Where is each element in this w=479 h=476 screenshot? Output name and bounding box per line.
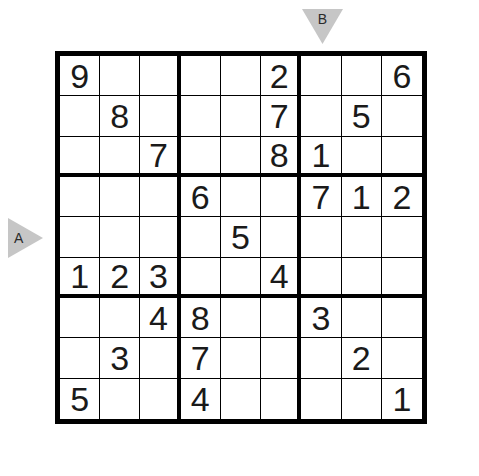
cell-r8c9[interactable] bbox=[382, 338, 422, 378]
cell-r8c7[interactable] bbox=[301, 338, 341, 378]
cell-r5c8[interactable] bbox=[342, 217, 382, 257]
cell-r6c5[interactable] bbox=[221, 258, 261, 298]
cell-r2c2[interactable]: 8 bbox=[100, 96, 140, 136]
cell-r4c7[interactable]: 7 bbox=[301, 177, 341, 217]
cell-r6c9[interactable] bbox=[382, 258, 422, 298]
cell-r6c1[interactable]: 1 bbox=[60, 258, 100, 298]
cell-r8c8[interactable]: 2 bbox=[342, 338, 382, 378]
cell-r4c1[interactable] bbox=[60, 177, 100, 217]
cell-r2c6[interactable]: 7 bbox=[261, 96, 301, 136]
cell-r9c3[interactable] bbox=[140, 379, 180, 419]
cell-r1c2[interactable] bbox=[100, 56, 140, 96]
cell-r4c9[interactable]: 2 bbox=[382, 177, 422, 217]
cell-r1c9[interactable]: 6 bbox=[382, 56, 422, 96]
marker-a-triangle: A bbox=[8, 218, 43, 258]
cell-r3c8[interactable] bbox=[342, 137, 382, 177]
cell-r3c3[interactable]: 7 bbox=[140, 137, 180, 177]
marker-a-label: A bbox=[14, 231, 23, 245]
cell-r8c2[interactable]: 3 bbox=[100, 338, 140, 378]
cell-r2c1[interactable] bbox=[60, 96, 100, 136]
cell-r4c6[interactable] bbox=[261, 177, 301, 217]
cell-r1c7[interactable] bbox=[301, 56, 341, 96]
cell-r1c1[interactable]: 9 bbox=[60, 56, 100, 96]
cell-r1c5[interactable] bbox=[221, 56, 261, 96]
cell-r3c5[interactable] bbox=[221, 137, 261, 177]
cell-r7c6[interactable] bbox=[261, 298, 301, 338]
cell-r5c4[interactable] bbox=[181, 217, 221, 257]
cell-r9c2[interactable] bbox=[100, 379, 140, 419]
cell-r3c7[interactable]: 1 bbox=[301, 137, 341, 177]
cell-r4c8[interactable]: 1 bbox=[342, 177, 382, 217]
cell-r2c3[interactable] bbox=[140, 96, 180, 136]
cell-r3c1[interactable] bbox=[60, 137, 100, 177]
cell-r3c6[interactable]: 8 bbox=[261, 137, 301, 177]
sudoku-board: 926875781671251234483372541 bbox=[55, 51, 427, 424]
cell-r3c2[interactable] bbox=[100, 137, 140, 177]
cell-r2c5[interactable] bbox=[221, 96, 261, 136]
cell-r7c1[interactable] bbox=[60, 298, 100, 338]
cell-r3c9[interactable] bbox=[382, 137, 422, 177]
cell-r4c3[interactable] bbox=[140, 177, 180, 217]
cell-r2c4[interactable] bbox=[181, 96, 221, 136]
cell-r9c1[interactable]: 5 bbox=[60, 379, 100, 419]
cell-r5c2[interactable] bbox=[100, 217, 140, 257]
cell-r5c6[interactable] bbox=[261, 217, 301, 257]
cell-r5c9[interactable] bbox=[382, 217, 422, 257]
cell-r8c6[interactable] bbox=[261, 338, 301, 378]
cell-r9c7[interactable] bbox=[301, 379, 341, 419]
cell-r7c2[interactable] bbox=[100, 298, 140, 338]
cell-r5c1[interactable] bbox=[60, 217, 100, 257]
cell-r5c7[interactable] bbox=[301, 217, 341, 257]
cell-r8c1[interactable] bbox=[60, 338, 100, 378]
cell-r7c3[interactable]: 4 bbox=[140, 298, 180, 338]
cell-r6c8[interactable] bbox=[342, 258, 382, 298]
cell-r6c6[interactable]: 4 bbox=[261, 258, 301, 298]
cell-r7c7[interactable]: 3 bbox=[301, 298, 341, 338]
cell-r9c9[interactable]: 1 bbox=[382, 379, 422, 419]
cell-r7c8[interactable] bbox=[342, 298, 382, 338]
cell-r9c6[interactable] bbox=[261, 379, 301, 419]
cell-r1c8[interactable] bbox=[342, 56, 382, 96]
cell-r8c3[interactable] bbox=[140, 338, 180, 378]
cell-r8c4[interactable]: 7 bbox=[181, 338, 221, 378]
cell-r1c4[interactable] bbox=[181, 56, 221, 96]
cell-r2c8[interactable]: 5 bbox=[342, 96, 382, 136]
cell-r4c2[interactable] bbox=[100, 177, 140, 217]
cell-r5c3[interactable] bbox=[140, 217, 180, 257]
cell-r4c5[interactable] bbox=[221, 177, 261, 217]
cell-r4c4[interactable]: 6 bbox=[181, 177, 221, 217]
cell-r6c3[interactable]: 3 bbox=[140, 258, 180, 298]
cell-r7c5[interactable] bbox=[221, 298, 261, 338]
cell-r6c2[interactable]: 2 bbox=[100, 258, 140, 298]
cell-r9c5[interactable] bbox=[221, 379, 261, 419]
cell-r9c8[interactable] bbox=[342, 379, 382, 419]
cell-r9c4[interactable]: 4 bbox=[181, 379, 221, 419]
marker-b-label: B bbox=[318, 12, 327, 26]
cell-r8c5[interactable] bbox=[221, 338, 261, 378]
puzzle-canvas: B A 926875781671251234483372541 bbox=[0, 0, 479, 476]
cell-r6c4[interactable] bbox=[181, 258, 221, 298]
cell-r7c9[interactable] bbox=[382, 298, 422, 338]
cell-r2c7[interactable] bbox=[301, 96, 341, 136]
marker-b-triangle: B bbox=[302, 9, 343, 44]
cell-r1c6[interactable]: 2 bbox=[261, 56, 301, 96]
cell-r3c4[interactable] bbox=[181, 137, 221, 177]
cell-r6c7[interactable] bbox=[301, 258, 341, 298]
cell-r1c3[interactable] bbox=[140, 56, 180, 96]
cell-r7c4[interactable]: 8 bbox=[181, 298, 221, 338]
cell-r5c5[interactable]: 5 bbox=[221, 217, 261, 257]
cell-r2c9[interactable] bbox=[382, 96, 422, 136]
